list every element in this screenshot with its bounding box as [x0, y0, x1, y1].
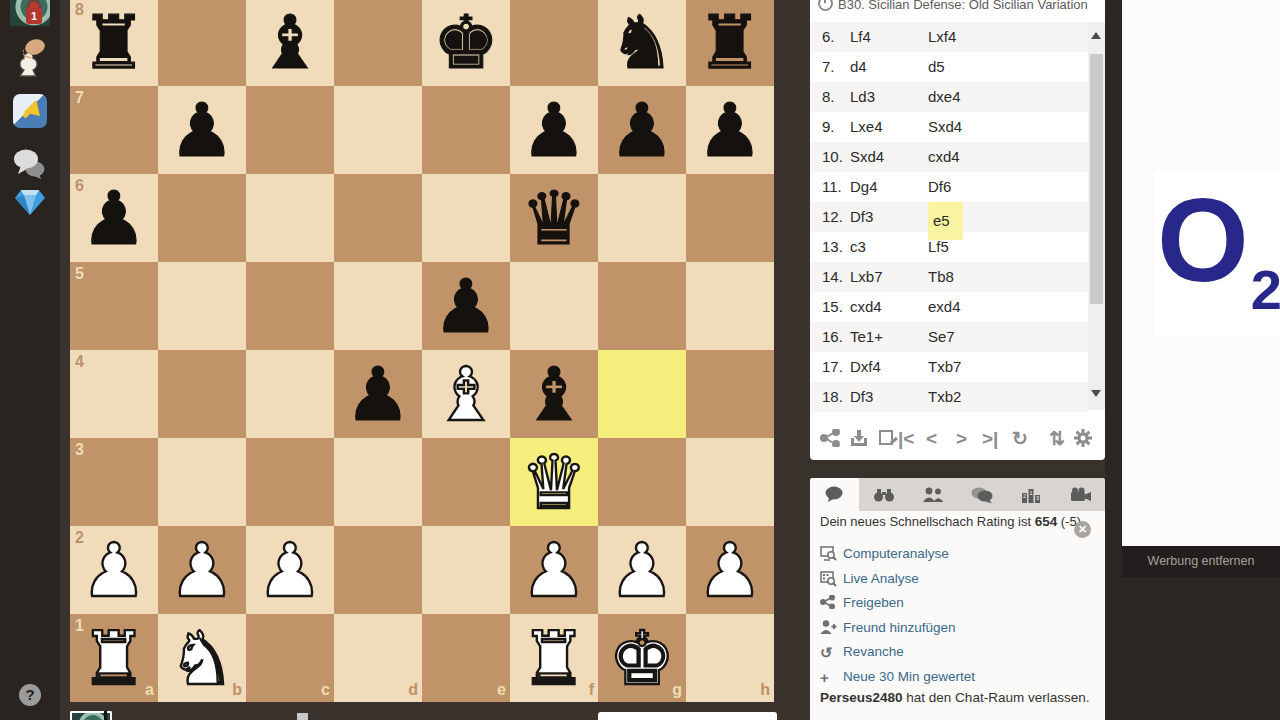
ad-column: O2 Werbung entfernen	[1105, 0, 1280, 720]
square-f4[interactable]: ♝	[510, 350, 598, 438]
square-f1[interactable]: ♜	[510, 614, 598, 702]
white-move[interactable]: Lxb7	[850, 262, 883, 292]
move-row-8: 8.Ld3dxe4	[810, 82, 1088, 112]
move-row-9: 9.Lxe4Sxd4	[810, 112, 1088, 142]
square-f7[interactable]: ♟	[510, 86, 598, 174]
square-d6[interactable]	[334, 174, 422, 262]
square-b2[interactable]: ♟	[158, 526, 246, 614]
move-row-12: 12.Df3e5	[810, 202, 1088, 232]
skip-to-end-icon[interactable]: >|	[982, 429, 998, 449]
black-bishop: ♝	[510, 350, 598, 438]
move-number: 10.	[822, 142, 843, 172]
black-pawn: ♟	[598, 86, 686, 174]
bottom-bar-input[interactable]	[598, 712, 777, 720]
square-a2[interactable]: ♟	[70, 526, 158, 614]
square-h5[interactable]	[686, 262, 774, 350]
move-row-13: 13.c3Lf5	[810, 232, 1088, 262]
moves-toolbar: |<<>>|↻⇅	[810, 420, 1105, 460]
white-move[interactable]: cxd4	[850, 292, 882, 322]
square-h4[interactable]	[686, 350, 774, 438]
square-d5[interactable]	[334, 262, 422, 350]
move-number: 6.	[822, 22, 835, 52]
black-rook: ♜	[686, 0, 774, 86]
tab-stats[interactable]: 213	[1007, 478, 1056, 511]
white-move[interactable]: Df3	[850, 382, 873, 412]
share-icon[interactable]	[820, 429, 840, 451]
move-number: 12.	[822, 202, 843, 232]
black-pawn: ♟	[158, 86, 246, 174]
chat-links: ComputeranalyseLive AnalyseFreigebenFreu…	[810, 544, 1105, 691]
square-a6[interactable]: ♟	[70, 174, 158, 262]
square-c8[interactable]: ♝	[246, 0, 334, 86]
square-a7[interactable]	[70, 86, 158, 174]
square-f5[interactable]	[510, 262, 598, 350]
white-pawn: ♟	[510, 526, 598, 614]
square-h8[interactable]: ♜	[686, 0, 774, 86]
square-e5[interactable]: ♟	[422, 262, 510, 350]
player-name-cursor	[104, 711, 107, 720]
move-row-15: 15.cxd4exd4	[810, 292, 1088, 322]
chess-site-window: 1	[0, 0, 1280, 720]
chat-link-row: ↺Revanche	[810, 642, 1105, 667]
move-number: 8.	[822, 82, 835, 112]
square-b3[interactable]	[158, 438, 246, 526]
white-pawn: ♟	[598, 526, 686, 614]
flip-board-icon[interactable]: ⇅	[1049, 429, 1065, 449]
black-move[interactable]: cxd4	[928, 142, 960, 172]
chat-bubbles-icon[interactable]	[12, 147, 48, 184]
square-g7[interactable]: ♟	[598, 86, 686, 174]
white-rook: ♜	[510, 614, 598, 702]
square-g1[interactable]: ♚	[598, 614, 686, 702]
move-number: 11.	[822, 172, 842, 202]
square-d1[interactable]	[334, 614, 422, 702]
person-add-icon	[820, 620, 840, 638]
black-queen: ♛	[510, 174, 598, 262]
black-move[interactable]: Tb8	[928, 262, 954, 292]
black-move[interactable]: d5	[928, 52, 945, 82]
square-d7[interactable]	[334, 86, 422, 174]
black-move[interactable]: Lxf4	[928, 22, 956, 52]
move-list-scrollbar[interactable]	[1088, 22, 1105, 410]
black-pawn: ♟	[510, 86, 598, 174]
notification-badge[interactable]: 1	[26, 8, 42, 24]
chat-link-row: Freund hinzufügen	[810, 618, 1105, 643]
remove-ads-button[interactable]: Werbung entfernen	[1122, 546, 1280, 577]
plus-icon: +	[820, 669, 840, 687]
square-e7[interactable]	[422, 86, 510, 174]
square-g5[interactable]	[598, 262, 686, 350]
undo-icon: ↺	[820, 644, 840, 662]
square-f6[interactable]: ♛	[510, 174, 598, 262]
square-a8[interactable]: ♜	[70, 0, 158, 86]
rating-message: Dein neues Schnellschach Rating ist 654 …	[820, 514, 1090, 529]
black-bishop: ♝	[246, 0, 334, 86]
square-a5[interactable]	[70, 262, 158, 350]
square-h3[interactable]	[686, 438, 774, 526]
move-row-6: 6.Lf4Lxf4	[810, 22, 1088, 52]
chess-board: ♜♝♚♞♜♟♟♟♟♟♛♟♟♝♝♛♟♟♟♟♟♟♜♞♜♚87654321abcdef…	[70, 0, 774, 702]
move-number: 15.	[822, 292, 843, 322]
square-b4[interactable]	[158, 350, 246, 438]
square-a3[interactable]	[70, 438, 158, 526]
white-pawn: ♟	[686, 526, 774, 614]
chat-link[interactable]: Computeranalyse	[843, 546, 949, 561]
black-move[interactable]: dxe4	[928, 82, 961, 112]
square-c6[interactable]	[246, 174, 334, 262]
white-queen: ♛	[510, 438, 598, 526]
share-icon	[820, 595, 840, 613]
move-number: 17.	[822, 352, 843, 382]
square-d2[interactable]	[334, 526, 422, 614]
square-g2[interactable]: ♟	[598, 526, 686, 614]
square-g6[interactable]	[598, 174, 686, 262]
white-move[interactable]: Sxd4	[850, 142, 884, 172]
square-h1[interactable]	[686, 614, 774, 702]
hand-pawn-icon[interactable]	[11, 38, 49, 82]
monitor-search-icon	[820, 546, 840, 564]
square-d4[interactable]: ♟	[334, 350, 422, 438]
white-pawn: ♟	[70, 526, 158, 614]
white-pawn: ♟	[246, 526, 334, 614]
black-pawn: ♟	[686, 86, 774, 174]
step-back-icon[interactable]: <	[926, 429, 937, 449]
chat-link[interactable]: Live Analyse	[843, 571, 919, 586]
square-h6[interactable]	[686, 174, 774, 262]
premium-gem-icon[interactable]	[15, 189, 45, 220]
square-c1[interactable]	[246, 614, 334, 702]
black-move[interactable]: Sxd4	[928, 112, 962, 142]
square-g8[interactable]: ♞	[598, 0, 686, 86]
move-row-17: 17.Dxf4Txb7	[810, 352, 1088, 382]
tab-friends[interactable]	[908, 478, 957, 511]
chat-link-row: Freigeben	[810, 593, 1105, 618]
black-pawn: ♟	[422, 262, 510, 350]
black-rook: ♜	[70, 0, 158, 86]
svg-text:2: 2	[1023, 493, 1026, 499]
square-c5[interactable]	[246, 262, 334, 350]
moves-panel: B30. Sicilian Defense: Old Sicilian Vari…	[810, 0, 1105, 460]
chat-link-row: +Neue 30 Min gewertet	[810, 667, 1105, 692]
download-icon[interactable]	[850, 429, 868, 451]
square-a1[interactable]: ♜	[70, 614, 158, 702]
chat-link-row: Computeranalyse	[810, 544, 1105, 569]
tab-chat[interactable]	[810, 478, 859, 511]
move-row-11: 11.Dg4Df6	[810, 172, 1088, 202]
svg-text:3: 3	[1036, 495, 1039, 501]
chat-tab-bar: 213	[810, 478, 1105, 511]
square-f3[interactable]: ♛	[510, 438, 598, 526]
black-knight: ♞	[598, 0, 686, 86]
white-move[interactable]: Lxe4	[850, 112, 883, 142]
chat-event-message: Perseus2480 hat den Chat-Raum verlassen.	[820, 690, 1089, 705]
black-move[interactable]: Txb7	[928, 352, 961, 382]
move-number: 7.	[822, 52, 835, 82]
move-number: 16.	[822, 322, 843, 352]
scrollbar-thumb[interactable]	[1090, 54, 1103, 304]
white-move[interactable]: c3	[850, 232, 866, 262]
square-g4[interactable]	[598, 350, 686, 438]
black-move[interactable]: Lf5	[928, 232, 949, 262]
chat-link-row: Live Analyse	[810, 569, 1105, 594]
white-move[interactable]: Ld3	[850, 82, 875, 112]
move-list: 6.Lf4Lxf47.d4d58.Ld3dxe49.Lxe4Sxd410.Sxd…	[810, 22, 1088, 412]
tab-observe[interactable]	[859, 478, 908, 511]
white-knight: ♞	[158, 614, 246, 702]
refresh-icon[interactable]: ↻	[1012, 429, 1028, 449]
opening-name: B30. Sicilian Defense: Old Sicilian Vari…	[818, 0, 1088, 14]
square-b7[interactable]: ♟	[158, 86, 246, 174]
square-e3[interactable]	[422, 438, 510, 526]
square-e2[interactable]	[422, 526, 510, 614]
black-pawn: ♟	[70, 174, 158, 262]
square-e1[interactable]	[422, 614, 510, 702]
move-number: 9.	[822, 112, 835, 142]
square-h2[interactable]: ♟	[686, 526, 774, 614]
move-row-16: 16.Te1+Se7	[810, 322, 1088, 352]
move-row-7: 7.d4d5	[810, 52, 1088, 82]
square-c4[interactable]	[246, 350, 334, 438]
white-king: ♚	[598, 614, 686, 702]
move-row-10: 10.Sxd4cxd4	[810, 142, 1088, 172]
move-number: 13.	[822, 232, 843, 262]
white-move[interactable]: d4	[850, 52, 867, 82]
tab-chat-rooms[interactable]	[958, 478, 1007, 511]
dismiss-icon[interactable]: ✕	[1074, 521, 1091, 538]
analysis-board-icon[interactable]	[878, 429, 898, 451]
scroll-down-icon[interactable]	[1091, 390, 1101, 397]
square-c2[interactable]: ♟	[246, 526, 334, 614]
board-area: ♜♝♚♞♜♟♟♟♟♟♛♟♟♝♝♛♟♟♟♟♟♟♜♞♜♚87654321abcdef…	[60, 0, 810, 720]
square-g3[interactable]	[598, 438, 686, 526]
square-e6[interactable]	[422, 174, 510, 262]
move-row-14: 14.Lxb7Tb8	[810, 262, 1088, 292]
white-move[interactable]: Dg4	[850, 172, 878, 202]
square-c7[interactable]	[246, 86, 334, 174]
move-row-18: 18.Df3Txb2	[810, 382, 1088, 412]
bottom-bar-checkbox[interactable]	[297, 713, 308, 720]
move-number: 14.	[822, 262, 843, 292]
square-b8[interactable]	[158, 0, 246, 86]
square-e8[interactable]: ♚	[422, 0, 510, 86]
move-number: 18.	[822, 382, 843, 412]
black-king: ♚	[422, 0, 510, 86]
popout-icon[interactable]	[13, 94, 47, 128]
chat-link[interactable]: Revanche	[843, 644, 904, 659]
ad-banner[interactable]: O2	[1122, 0, 1280, 546]
square-a4[interactable]	[70, 350, 158, 438]
white-move[interactable]: Lf4	[850, 22, 871, 52]
chat-link[interactable]: Freigeben	[843, 595, 904, 610]
skip-to-start-icon[interactable]: |<	[898, 429, 914, 449]
square-b6[interactable]	[158, 174, 246, 262]
chat-link[interactable]: Neue 30 Min gewertet	[843, 669, 975, 684]
black-move[interactable]: exd4	[928, 292, 961, 322]
white-move[interactable]: Te1+	[850, 322, 883, 352]
step-forward-icon[interactable]: >	[956, 429, 967, 449]
scroll-up-icon[interactable]	[1091, 32, 1101, 39]
opening-book-icon	[818, 0, 833, 11]
square-f8[interactable]	[510, 0, 598, 86]
black-move[interactable]: Se7	[928, 322, 955, 352]
black-move[interactable]: Df6	[928, 172, 951, 202]
square-c3[interactable]	[246, 438, 334, 526]
o2-logo: O2	[1154, 170, 1280, 337]
left-sidebar: 1	[0, 0, 60, 720]
white-move[interactable]: Dxf4	[850, 352, 881, 382]
white-bishop: ♝	[422, 350, 510, 438]
square-h7[interactable]: ♟	[686, 86, 774, 174]
white-pawn: ♟	[158, 526, 246, 614]
settings-icon[interactable]	[1074, 429, 1092, 451]
help-icon[interactable]: ?	[19, 684, 41, 706]
square-f2[interactable]: ♟	[510, 526, 598, 614]
tab-video[interactable]	[1056, 478, 1105, 511]
chat-link[interactable]: Freund hinzufügen	[843, 620, 956, 635]
svg-text:1: 1	[1030, 490, 1033, 496]
square-b1[interactable]: ♞	[158, 614, 246, 702]
live-search-icon	[820, 571, 840, 589]
square-d3[interactable]	[334, 438, 422, 526]
white-move[interactable]: Df3	[850, 202, 873, 232]
square-e4[interactable]: ♝	[422, 350, 510, 438]
chat-panel: 213 Dein neues Schnellschach Rating ist …	[810, 478, 1105, 720]
square-b5[interactable]	[158, 262, 246, 350]
black-pawn: ♟	[334, 350, 422, 438]
black-move[interactable]: Txb2	[928, 382, 961, 412]
square-d8[interactable]	[334, 0, 422, 86]
white-rook: ♜	[70, 614, 158, 702]
